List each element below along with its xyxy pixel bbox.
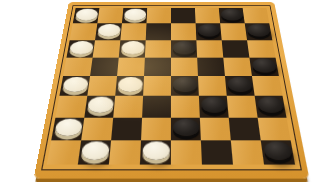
square-r3c1[interactable]: [67, 40, 96, 57]
square-r3c5[interactable]: [171, 40, 197, 57]
white-piece[interactable]: [54, 118, 83, 135]
square-r8c5[interactable]: [171, 140, 202, 165]
square-r1c7[interactable]: [219, 8, 245, 23]
square-r2c1[interactable]: [70, 24, 98, 40]
square-r4c4[interactable]: [144, 57, 171, 76]
square-r7c2[interactable]: [81, 117, 113, 140]
square-r7c6[interactable]: [200, 117, 231, 140]
square-r3c6[interactable]: [196, 40, 223, 57]
black-piece[interactable]: [200, 97, 226, 113]
square-r8c1[interactable]: [47, 140, 81, 165]
white-piece[interactable]: [124, 9, 146, 21]
black-piece[interactable]: [173, 118, 199, 135]
square-r1c8[interactable]: [243, 8, 270, 23]
square-r5c1[interactable]: [59, 76, 90, 96]
square-r4c5[interactable]: [171, 57, 198, 76]
square-r7c1[interactable]: [51, 117, 84, 140]
square-r8c8[interactable]: [261, 140, 295, 165]
square-r1c5[interactable]: [171, 8, 196, 23]
square-r1c6[interactable]: [195, 8, 220, 23]
square-r3c2[interactable]: [93, 40, 121, 57]
black-piece[interactable]: [246, 24, 270, 37]
square-r1c4[interactable]: [146, 8, 171, 23]
square-r5c6[interactable]: [198, 76, 227, 96]
square-r2c7[interactable]: [220, 24, 247, 40]
square-r5c7[interactable]: [225, 76, 255, 96]
square-r3c4[interactable]: [145, 40, 171, 57]
checkers-board: [34, 2, 310, 179]
checkers-photo: [0, 0, 325, 182]
square-r2c5[interactable]: [171, 24, 196, 40]
white-piece[interactable]: [117, 77, 142, 92]
white-piece[interactable]: [97, 24, 121, 37]
square-r6c2[interactable]: [84, 96, 115, 117]
square-r5c8[interactable]: [252, 76, 283, 96]
white-piece[interactable]: [80, 141, 109, 160]
square-r6c4[interactable]: [142, 96, 171, 117]
square-r6c8[interactable]: [255, 96, 287, 117]
square-r3c3[interactable]: [119, 40, 146, 57]
board-grid: [47, 8, 295, 165]
square-r4c7[interactable]: [223, 57, 252, 76]
square-r7c7[interactable]: [229, 117, 261, 140]
square-r4c3[interactable]: [117, 57, 145, 76]
square-r1c3[interactable]: [122, 8, 147, 23]
black-piece[interactable]: [251, 58, 277, 72]
white-piece[interactable]: [69, 41, 94, 54]
square-r4c8[interactable]: [249, 57, 279, 76]
square-r6c3[interactable]: [113, 96, 143, 117]
square-r8c2[interactable]: [78, 140, 111, 165]
white-piece[interactable]: [62, 77, 89, 92]
square-r2c8[interactable]: [245, 24, 273, 40]
white-piece[interactable]: [75, 9, 98, 21]
square-r2c6[interactable]: [196, 24, 222, 40]
board-playing-area: [41, 5, 302, 170]
square-r2c2[interactable]: [95, 24, 122, 40]
square-r1c1[interactable]: [73, 8, 100, 23]
square-r5c3[interactable]: [115, 76, 144, 96]
square-r8c6[interactable]: [201, 140, 233, 165]
square-r2c3[interactable]: [120, 24, 146, 40]
square-r2c4[interactable]: [146, 24, 171, 40]
square-r3c8[interactable]: [247, 40, 276, 57]
square-r6c7[interactable]: [227, 96, 258, 117]
black-piece[interactable]: [197, 24, 220, 37]
square-r8c4[interactable]: [140, 140, 171, 165]
square-r4c2[interactable]: [90, 57, 119, 76]
white-piece[interactable]: [87, 97, 114, 113]
white-piece[interactable]: [142, 141, 169, 160]
square-r5c2[interactable]: [87, 76, 117, 96]
square-r7c4[interactable]: [141, 117, 171, 140]
black-piece[interactable]: [262, 141, 292, 160]
square-r5c5[interactable]: [171, 76, 199, 96]
black-piece[interactable]: [227, 77, 253, 92]
black-piece[interactable]: [172, 41, 195, 54]
black-piece[interactable]: [173, 77, 198, 92]
black-piece[interactable]: [220, 9, 243, 21]
square-r4c1[interactable]: [63, 57, 93, 76]
square-r7c5[interactable]: [171, 117, 201, 140]
square-r3c7[interactable]: [222, 40, 250, 57]
square-r1c2[interactable]: [97, 8, 123, 23]
square-r6c6[interactable]: [199, 96, 229, 117]
square-r4c6[interactable]: [197, 57, 225, 76]
square-r6c5[interactable]: [171, 96, 200, 117]
square-r7c3[interactable]: [111, 117, 142, 140]
square-r7c8[interactable]: [258, 117, 291, 140]
square-r6c1[interactable]: [55, 96, 87, 117]
white-piece[interactable]: [121, 41, 145, 54]
square-r5c4[interactable]: [143, 76, 171, 96]
square-r8c7[interactable]: [231, 140, 264, 165]
black-piece[interactable]: [256, 97, 284, 113]
square-r8c3[interactable]: [109, 140, 141, 165]
